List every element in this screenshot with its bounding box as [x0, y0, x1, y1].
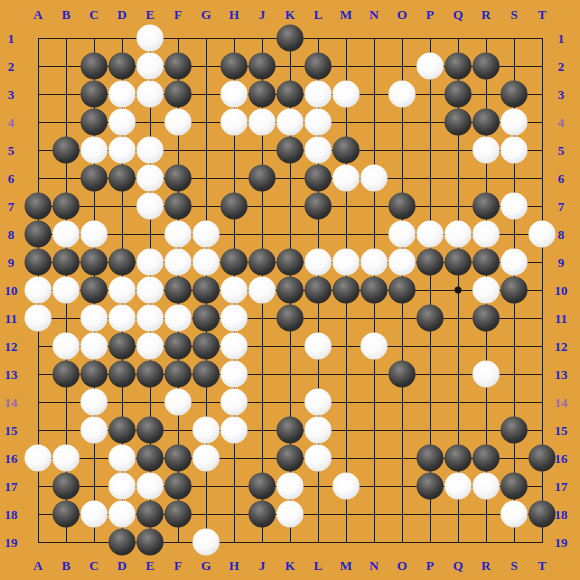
stone-white-F11[interactable]: [165, 305, 192, 332]
stone-white-T8[interactable]: [529, 221, 556, 248]
row-label-right-16: 16: [555, 452, 568, 465]
stone-white-L12[interactable]: [305, 333, 332, 360]
stone-black-F13[interactable]: [165, 361, 192, 388]
stone-white-H14[interactable]: [221, 389, 248, 416]
stone-black-B9[interactable]: [53, 249, 80, 276]
stone-white-C12[interactable]: [81, 333, 108, 360]
col-label-bottom-D: D: [117, 559, 126, 572]
col-label-top-R: R: [481, 8, 490, 21]
stone-white-F9[interactable]: [165, 249, 192, 276]
row-label-left-5: 5: [8, 144, 15, 157]
stone-white-Q8[interactable]: [445, 221, 472, 248]
stone-black-F12[interactable]: [165, 333, 192, 360]
stone-black-B7[interactable]: [53, 193, 80, 220]
stone-white-E11[interactable]: [137, 305, 164, 332]
stone-black-F18[interactable]: [165, 501, 192, 528]
col-label-bottom-F: F: [174, 559, 182, 572]
grid-line-horizontal: [38, 402, 543, 403]
col-label-bottom-O: O: [397, 559, 407, 572]
row-label-left-13: 13: [5, 368, 18, 381]
col-label-bottom-H: H: [229, 559, 239, 572]
stone-black-D13[interactable]: [109, 361, 136, 388]
go-board[interactable]: AA11BB22CC33DD44EE55FF66GG77HH88JJ99KK10…: [0, 0, 580, 580]
stone-black-J2[interactable]: [249, 53, 276, 80]
col-label-bottom-J: J: [259, 559, 266, 572]
stone-black-K16[interactable]: [277, 445, 304, 472]
row-label-left-16: 16: [5, 452, 18, 465]
stone-white-L16[interactable]: [305, 445, 332, 472]
row-label-right-15: 15: [555, 424, 568, 437]
stone-black-K10[interactable]: [277, 277, 304, 304]
stone-black-R4[interactable]: [473, 109, 500, 136]
stone-black-O10[interactable]: [389, 277, 416, 304]
stone-white-C15[interactable]: [81, 417, 108, 444]
stone-black-H2[interactable]: [221, 53, 248, 80]
stone-black-D15[interactable]: [109, 417, 136, 444]
stone-black-G11[interactable]: [193, 305, 220, 332]
stone-black-H9[interactable]: [221, 249, 248, 276]
stone-black-T18[interactable]: [529, 501, 556, 528]
stone-black-M10[interactable]: [333, 277, 360, 304]
stone-black-C10[interactable]: [81, 277, 108, 304]
stone-white-J10[interactable]: [249, 277, 276, 304]
col-label-top-C: C: [89, 8, 98, 21]
stone-black-O7[interactable]: [389, 193, 416, 220]
stone-black-D6[interactable]: [109, 165, 136, 192]
stone-white-G8[interactable]: [193, 221, 220, 248]
stone-black-K5[interactable]: [277, 137, 304, 164]
stone-white-H3[interactable]: [221, 81, 248, 108]
stone-white-K17[interactable]: [277, 473, 304, 500]
stone-black-L7[interactable]: [305, 193, 332, 220]
stone-black-F10[interactable]: [165, 277, 192, 304]
row-label-right-3: 3: [558, 88, 565, 101]
row-label-left-8: 8: [8, 228, 15, 241]
stone-black-J6[interactable]: [249, 165, 276, 192]
row-label-right-17: 17: [555, 480, 568, 493]
row-label-left-17: 17: [5, 480, 18, 493]
row-label-right-6: 6: [558, 172, 565, 185]
stone-white-K4[interactable]: [277, 109, 304, 136]
stone-black-G13[interactable]: [193, 361, 220, 388]
col-label-top-M: M: [340, 8, 352, 21]
stone-black-C3[interactable]: [81, 81, 108, 108]
stone-white-E7[interactable]: [137, 193, 164, 220]
stone-black-F7[interactable]: [165, 193, 192, 220]
stone-white-F14[interactable]: [165, 389, 192, 416]
stone-black-R9[interactable]: [473, 249, 500, 276]
row-label-left-18: 18: [5, 508, 18, 521]
col-label-bottom-G: G: [201, 559, 211, 572]
stone-white-C8[interactable]: [81, 221, 108, 248]
col-label-top-G: G: [201, 8, 211, 21]
stone-white-N12[interactable]: [361, 333, 388, 360]
stone-black-J17[interactable]: [249, 473, 276, 500]
row-label-left-14: 14: [5, 396, 18, 409]
stone-white-P2[interactable]: [417, 53, 444, 80]
stone-white-E2[interactable]: [137, 53, 164, 80]
stone-black-N10[interactable]: [361, 277, 388, 304]
row-label-left-7: 7: [8, 200, 15, 213]
stone-white-Q17[interactable]: [445, 473, 472, 500]
stone-white-H15[interactable]: [221, 417, 248, 444]
stone-white-D18[interactable]: [109, 501, 136, 528]
stone-white-H11[interactable]: [221, 305, 248, 332]
stone-white-A16[interactable]: [25, 445, 52, 472]
star-point-Q10: [455, 287, 462, 294]
stone-black-F6[interactable]: [165, 165, 192, 192]
row-label-right-14: 14: [555, 396, 568, 409]
stone-black-E18[interactable]: [137, 501, 164, 528]
row-label-left-1: 1: [8, 32, 15, 45]
stone-black-E19[interactable]: [137, 529, 164, 556]
stone-black-L6[interactable]: [305, 165, 332, 192]
stone-white-S7[interactable]: [501, 193, 528, 220]
stone-black-R2[interactable]: [473, 53, 500, 80]
stone-white-C18[interactable]: [81, 501, 108, 528]
row-label-left-19: 19: [5, 536, 18, 549]
stone-black-K3[interactable]: [277, 81, 304, 108]
stone-black-R16[interactable]: [473, 445, 500, 472]
stone-black-P17[interactable]: [417, 473, 444, 500]
col-label-top-J: J: [259, 8, 266, 21]
row-label-left-9: 9: [8, 256, 15, 269]
col-label-bottom-C: C: [89, 559, 98, 572]
stone-black-E16[interactable]: [137, 445, 164, 472]
stone-black-K15[interactable]: [277, 417, 304, 444]
col-label-top-Q: Q: [453, 8, 463, 21]
stone-black-D12[interactable]: [109, 333, 136, 360]
row-label-left-2: 2: [8, 60, 15, 73]
col-label-bottom-E: E: [146, 559, 155, 572]
stone-black-F2[interactable]: [165, 53, 192, 80]
stone-black-S15[interactable]: [501, 417, 528, 444]
col-label-top-O: O: [397, 8, 407, 21]
col-label-bottom-M: M: [340, 559, 352, 572]
stone-white-H13[interactable]: [221, 361, 248, 388]
stone-black-A8[interactable]: [25, 221, 52, 248]
col-label-bottom-K: K: [285, 559, 295, 572]
stone-white-C11[interactable]: [81, 305, 108, 332]
stone-white-H10[interactable]: [221, 277, 248, 304]
col-label-top-S: S: [510, 8, 517, 21]
stone-white-M6[interactable]: [333, 165, 360, 192]
stone-black-H7[interactable]: [221, 193, 248, 220]
col-label-bottom-R: R: [481, 559, 490, 572]
stone-white-O9[interactable]: [389, 249, 416, 276]
stone-black-S17[interactable]: [501, 473, 528, 500]
col-label-bottom-S: S: [510, 559, 517, 572]
col-label-bottom-Q: Q: [453, 559, 463, 572]
col-label-bottom-B: B: [62, 559, 71, 572]
stone-black-Q16[interactable]: [445, 445, 472, 472]
stone-white-H12[interactable]: [221, 333, 248, 360]
row-label-right-2: 2: [558, 60, 565, 73]
stone-white-S5[interactable]: [501, 137, 528, 164]
stone-white-R8[interactable]: [473, 221, 500, 248]
col-label-bottom-T: T: [538, 559, 547, 572]
stone-white-A11[interactable]: [25, 305, 52, 332]
stone-white-D11[interactable]: [109, 305, 136, 332]
row-label-right-8: 8: [558, 228, 565, 241]
stone-black-D2[interactable]: [109, 53, 136, 80]
stone-black-G12[interactable]: [193, 333, 220, 360]
stone-white-E17[interactable]: [137, 473, 164, 500]
stone-black-P16[interactable]: [417, 445, 444, 472]
stone-white-A10[interactable]: [25, 277, 52, 304]
stone-black-M5[interactable]: [333, 137, 360, 164]
stone-white-B10[interactable]: [53, 277, 80, 304]
row-label-left-15: 15: [5, 424, 18, 437]
stone-black-P9[interactable]: [417, 249, 444, 276]
stone-black-E15[interactable]: [137, 417, 164, 444]
stone-white-R5[interactable]: [473, 137, 500, 164]
col-label-top-P: P: [426, 8, 434, 21]
stone-black-P11[interactable]: [417, 305, 444, 332]
stone-white-F8[interactable]: [165, 221, 192, 248]
row-label-right-11: 11: [555, 312, 567, 325]
row-label-left-11: 11: [5, 312, 17, 325]
stone-white-D4[interactable]: [109, 109, 136, 136]
stone-black-L10[interactable]: [305, 277, 332, 304]
stone-black-Q2[interactable]: [445, 53, 472, 80]
row-label-right-19: 19: [555, 536, 568, 549]
col-label-top-D: D: [117, 8, 126, 21]
row-label-left-12: 12: [5, 340, 18, 353]
stone-white-E1[interactable]: [137, 25, 164, 52]
col-label-top-K: K: [285, 8, 295, 21]
stone-white-O3[interactable]: [389, 81, 416, 108]
stone-white-E9[interactable]: [137, 249, 164, 276]
stone-black-K9[interactable]: [277, 249, 304, 276]
stone-white-S9[interactable]: [501, 249, 528, 276]
stone-black-S3[interactable]: [501, 81, 528, 108]
stone-black-G10[interactable]: [193, 277, 220, 304]
row-label-left-10: 10: [5, 284, 18, 297]
col-label-top-A: A: [33, 8, 42, 21]
stone-white-C5[interactable]: [81, 137, 108, 164]
row-label-right-5: 5: [558, 144, 565, 157]
row-label-right-12: 12: [555, 340, 568, 353]
stone-white-D10[interactable]: [109, 277, 136, 304]
stone-white-L5[interactable]: [305, 137, 332, 164]
stone-white-E12[interactable]: [137, 333, 164, 360]
stone-black-K11[interactable]: [277, 305, 304, 332]
stone-white-B12[interactable]: [53, 333, 80, 360]
stone-white-B16[interactable]: [53, 445, 80, 472]
stone-white-M17[interactable]: [333, 473, 360, 500]
stone-white-L4[interactable]: [305, 109, 332, 136]
stone-white-L9[interactable]: [305, 249, 332, 276]
stone-black-B18[interactable]: [53, 501, 80, 528]
stone-white-H4[interactable]: [221, 109, 248, 136]
stone-black-C6[interactable]: [81, 165, 108, 192]
stone-white-E10[interactable]: [137, 277, 164, 304]
row-label-right-4: 4: [558, 116, 565, 129]
stone-white-E6[interactable]: [137, 165, 164, 192]
col-label-top-B: B: [62, 8, 71, 21]
stone-white-N6[interactable]: [361, 165, 388, 192]
stone-black-F3[interactable]: [165, 81, 192, 108]
row-label-right-7: 7: [558, 200, 565, 213]
stone-white-B8[interactable]: [53, 221, 80, 248]
stone-black-C2[interactable]: [81, 53, 108, 80]
stone-white-G16[interactable]: [193, 445, 220, 472]
stone-black-F17[interactable]: [165, 473, 192, 500]
stone-black-B5[interactable]: [53, 137, 80, 164]
stone-black-R11[interactable]: [473, 305, 500, 332]
stone-black-A9[interactable]: [25, 249, 52, 276]
stone-black-B17[interactable]: [53, 473, 80, 500]
col-label-bottom-A: A: [33, 559, 42, 572]
stone-white-G19[interactable]: [193, 529, 220, 556]
stone-white-G9[interactable]: [193, 249, 220, 276]
stone-white-M9[interactable]: [333, 249, 360, 276]
col-label-top-L: L: [314, 8, 323, 21]
stone-black-T16[interactable]: [529, 445, 556, 472]
stone-black-Q4[interactable]: [445, 109, 472, 136]
stone-white-R10[interactable]: [473, 277, 500, 304]
col-label-top-H: H: [229, 8, 239, 21]
stone-white-K18[interactable]: [277, 501, 304, 528]
stone-white-P8[interactable]: [417, 221, 444, 248]
col-label-top-T: T: [538, 8, 547, 21]
stone-black-A7[interactable]: [25, 193, 52, 220]
col-label-top-F: F: [174, 8, 182, 21]
stone-white-D17[interactable]: [109, 473, 136, 500]
stone-white-D16[interactable]: [109, 445, 136, 472]
stone-black-S10[interactable]: [501, 277, 528, 304]
stone-white-G15[interactable]: [193, 417, 220, 444]
col-label-top-N: N: [369, 8, 378, 21]
stone-white-M3[interactable]: [333, 81, 360, 108]
stone-black-C13[interactable]: [81, 361, 108, 388]
stone-white-R13[interactable]: [473, 361, 500, 388]
stone-white-S4[interactable]: [501, 109, 528, 136]
row-label-left-6: 6: [8, 172, 15, 185]
stone-white-L15[interactable]: [305, 417, 332, 444]
stone-black-L2[interactable]: [305, 53, 332, 80]
stone-white-L3[interactable]: [305, 81, 332, 108]
row-label-right-10: 10: [555, 284, 568, 297]
stone-white-D5[interactable]: [109, 137, 136, 164]
stone-black-J18[interactable]: [249, 501, 276, 528]
stone-black-Q3[interactable]: [445, 81, 472, 108]
stone-black-D19[interactable]: [109, 529, 136, 556]
stone-white-N9[interactable]: [361, 249, 388, 276]
stone-white-C14[interactable]: [81, 389, 108, 416]
stone-black-Q9[interactable]: [445, 249, 472, 276]
stone-white-E5[interactable]: [137, 137, 164, 164]
stone-black-J3[interactable]: [249, 81, 276, 108]
stone-white-J4[interactable]: [249, 109, 276, 136]
col-label-bottom-L: L: [314, 559, 323, 572]
stone-black-D9[interactable]: [109, 249, 136, 276]
stone-black-O13[interactable]: [389, 361, 416, 388]
stone-black-E13[interactable]: [137, 361, 164, 388]
stone-black-B13[interactable]: [53, 361, 80, 388]
col-label-bottom-P: P: [426, 559, 434, 572]
stone-black-J9[interactable]: [249, 249, 276, 276]
stone-black-K1[interactable]: [277, 25, 304, 52]
col-label-top-E: E: [146, 8, 155, 21]
row-label-right-9: 9: [558, 256, 565, 269]
row-label-right-13: 13: [555, 368, 568, 381]
stone-black-C9[interactable]: [81, 249, 108, 276]
stone-black-C4[interactable]: [81, 109, 108, 136]
stone-white-R17[interactable]: [473, 473, 500, 500]
stone-white-L14[interactable]: [305, 389, 332, 416]
stone-white-F4[interactable]: [165, 109, 192, 136]
stone-white-S18[interactable]: [501, 501, 528, 528]
stone-white-O8[interactable]: [389, 221, 416, 248]
stone-black-F16[interactable]: [165, 445, 192, 472]
row-label-right-1: 1: [558, 32, 565, 45]
stone-white-D3[interactable]: [109, 81, 136, 108]
row-label-left-4: 4: [8, 116, 15, 129]
stone-black-R7[interactable]: [473, 193, 500, 220]
stone-white-E3[interactable]: [137, 81, 164, 108]
row-label-left-3: 3: [8, 88, 15, 101]
row-label-right-18: 18: [555, 508, 568, 521]
col-label-bottom-N: N: [369, 559, 378, 572]
